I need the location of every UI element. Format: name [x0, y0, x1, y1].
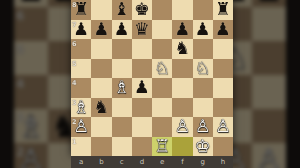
- square-e8[interactable]: [152, 0, 172, 20]
- square-d7[interactable]: ♛: [132, 20, 152, 40]
- rank-label-2: 2: [72, 118, 77, 126]
- piece-black-knight-b3[interactable]: ♞: [91, 98, 111, 118]
- square-h8[interactable]: ♜: [213, 0, 233, 20]
- square-c8[interactable]: ♝: [112, 0, 132, 20]
- rank-label-3: 3: [16, 111, 24, 125]
- square-g7[interactable]: ♟: [193, 20, 213, 40]
- square-a3[interactable]: 3♗: [71, 98, 91, 118]
- file-label-g: g: [193, 156, 213, 168]
- rank-label-8: 8: [72, 1, 77, 9]
- file-label-c: c: [112, 156, 132, 168]
- square-b5[interactable]: [91, 59, 111, 79]
- square-h5: [252, 41, 286, 75]
- piece-black-knight-f6[interactable]: ♞: [172, 39, 192, 59]
- piece-white-pawn-h2: ♙: [252, 143, 286, 168]
- piece-white-rook-e1[interactable]: ♖: [152, 137, 172, 157]
- piece-white-bishop-c4[interactable]: ♗: [112, 78, 132, 98]
- square-h7: ♟: [252, 0, 286, 7]
- square-c1[interactable]: [112, 137, 132, 157]
- square-f6[interactable]: ♞: [172, 39, 192, 59]
- square-b3[interactable]: ♞: [91, 98, 111, 118]
- square-b4[interactable]: [91, 78, 111, 98]
- piece-white-king-g1[interactable]: ♔: [193, 137, 213, 157]
- rank-label-6: 6: [16, 9, 24, 23]
- square-a6: 6: [14, 7, 48, 41]
- square-a5: 5: [14, 41, 48, 75]
- square-h6: [252, 7, 286, 41]
- square-g3[interactable]: [193, 98, 213, 118]
- square-d4[interactable]: ♟: [132, 78, 152, 98]
- piece-black-pawn-h7[interactable]: ♟: [213, 20, 233, 40]
- square-h4: [252, 75, 286, 109]
- square-e5[interactable]: ♘: [152, 59, 172, 79]
- file-label-b: b: [91, 156, 111, 168]
- rank-label-2: 2: [16, 145, 24, 159]
- rank-label-3: 3: [72, 99, 77, 107]
- file-label-h: h: [213, 156, 233, 168]
- file-label-e: e: [152, 156, 172, 168]
- square-a7[interactable]: 7♟: [71, 20, 91, 40]
- square-h2[interactable]: ♙: [213, 117, 233, 137]
- square-d5[interactable]: [132, 59, 152, 79]
- square-h4[interactable]: [213, 78, 233, 98]
- rank-label-4: 4: [72, 79, 77, 87]
- square-a2: 2♙: [14, 143, 48, 168]
- square-a5[interactable]: 5: [71, 59, 91, 79]
- square-a4[interactable]: 4: [71, 78, 91, 98]
- piece-black-queen-d7[interactable]: ♛: [132, 20, 152, 40]
- rank-label-6: 6: [72, 40, 77, 48]
- square-d1[interactable]: [132, 137, 152, 157]
- square-b8[interactable]: [91, 0, 111, 20]
- square-c4[interactable]: ♗: [112, 78, 132, 98]
- square-e7[interactable]: [152, 20, 172, 40]
- square-a2[interactable]: 2♙: [71, 117, 91, 137]
- square-d3[interactable]: [132, 98, 152, 118]
- square-c2[interactable]: [112, 117, 132, 137]
- piece-black-pawn-b7[interactable]: ♟: [91, 20, 111, 40]
- square-g8[interactable]: [193, 0, 213, 20]
- square-f1[interactable]: [172, 137, 192, 157]
- square-f3[interactable]: [172, 98, 192, 118]
- square-h2: ♙: [252, 143, 286, 168]
- rank-label-4: 4: [16, 77, 24, 91]
- piece-white-pawn-h2[interactable]: ♙: [213, 117, 233, 137]
- square-a8[interactable]: 8♜: [71, 0, 91, 20]
- square-f7[interactable]: ♟: [172, 20, 192, 40]
- file-labels-strip: abcdefgh: [71, 156, 233, 168]
- square-c6[interactable]: [112, 39, 132, 59]
- square-f5[interactable]: [172, 59, 192, 79]
- piece-white-pawn-g2[interactable]: ♙: [193, 117, 213, 137]
- piece-white-pawn-f2[interactable]: ♙: [172, 117, 192, 137]
- square-g4[interactable]: [193, 78, 213, 98]
- square-e2[interactable]: [152, 117, 172, 137]
- square-e6[interactable]: [152, 39, 172, 59]
- square-f2[interactable]: ♙: [172, 117, 192, 137]
- file-label-f: f: [172, 156, 192, 168]
- piece-black-pawn-f7[interactable]: ♟: [172, 20, 192, 40]
- square-h7[interactable]: ♟: [213, 20, 233, 40]
- square-g2[interactable]: ♙: [193, 117, 213, 137]
- square-b2[interactable]: [91, 117, 111, 137]
- square-a7: 7♟: [14, 0, 48, 7]
- square-f4[interactable]: [172, 78, 192, 98]
- square-d8[interactable]: ♚: [132, 0, 152, 20]
- piece-black-pawn-g7[interactable]: ♟: [193, 20, 213, 40]
- square-a1[interactable]: 1: [71, 137, 91, 157]
- square-d6[interactable]: [132, 39, 152, 59]
- rank-label-7: 7: [72, 21, 77, 29]
- piece-black-king-d8[interactable]: ♚: [132, 0, 152, 20]
- square-h3[interactable]: [213, 98, 233, 118]
- square-e1[interactable]: ♖: [152, 137, 172, 157]
- rank-label-5: 5: [16, 43, 24, 57]
- piece-white-knight-e5[interactable]: ♘: [152, 59, 172, 79]
- piece-white-knight-g5[interactable]: ♘: [193, 59, 213, 79]
- square-a3: 3♗: [14, 109, 48, 143]
- square-c3[interactable]: [112, 98, 132, 118]
- square-c7[interactable]: ♟: [112, 20, 132, 40]
- square-g5[interactable]: ♘: [193, 59, 213, 79]
- file-label-a: a: [71, 156, 91, 168]
- square-a6[interactable]: 6: [71, 39, 91, 59]
- piece-black-pawn-c7[interactable]: ♟: [112, 20, 132, 40]
- rank-label-5: 5: [72, 60, 77, 68]
- piece-black-pawn-d4[interactable]: ♟: [132, 78, 152, 98]
- square-g1[interactable]: ♔: [193, 137, 213, 157]
- square-a4: 4: [14, 75, 48, 109]
- square-c5[interactable]: [112, 59, 132, 79]
- file-label-d: d: [132, 156, 152, 168]
- rank-label-1: 1: [72, 138, 77, 146]
- piece-black-bishop-c8[interactable]: ♝: [112, 0, 132, 20]
- square-h6[interactable]: [213, 39, 233, 59]
- square-h5[interactable]: [213, 59, 233, 79]
- square-b6[interactable]: [91, 39, 111, 59]
- piece-black-pawn-h7: ♟: [252, 0, 286, 7]
- piece-black-rook-h8[interactable]: ♜: [213, 0, 233, 20]
- square-h1[interactable]: [213, 137, 233, 157]
- square-f8[interactable]: [172, 0, 192, 20]
- square-g6[interactable]: [193, 39, 213, 59]
- piece-black-pawn-a7: ♟: [14, 0, 48, 7]
- square-e3[interactable]: [152, 98, 172, 118]
- square-b7[interactable]: ♟: [91, 20, 111, 40]
- square-d2[interactable]: [132, 117, 152, 137]
- screenshot-stage: 8♜♝♚♜7♟♟♟♛♟♟♟6♞5♘♘4♗♟3♗♞2♙♙♙♙1♖♔ 8♜♝♚♜7♟…: [0, 0, 300, 168]
- chess-board[interactable]: 8♜♝♚♜7♟♟♟♛♟♟♟6♞5♘♘4♗♟3♗♞2♙♙♙♙1♖♔: [71, 0, 233, 156]
- square-h3: [252, 109, 286, 143]
- square-e4[interactable]: [152, 78, 172, 98]
- square-b1[interactable]: [91, 137, 111, 157]
